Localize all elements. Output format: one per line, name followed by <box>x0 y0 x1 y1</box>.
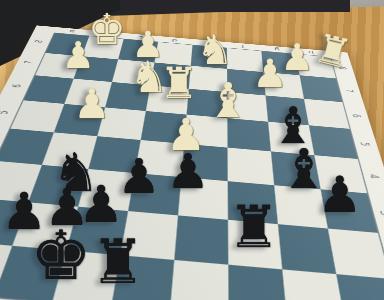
file-label-d: d <box>172 38 178 43</box>
square-h2[interactable] <box>328 229 384 279</box>
rank-label-5: 5 <box>0 110 11 115</box>
rank-label-7: 7 <box>343 88 355 92</box>
rank-label-6: 6 <box>350 113 363 117</box>
rank-label-6: 6 <box>10 84 23 88</box>
white-pawn-f7[interactable]: ♟ <box>253 54 288 93</box>
rank-label-3: 3 <box>377 210 384 216</box>
black-pawn-h3[interactable]: ♟ <box>318 170 363 220</box>
square-h1[interactable] <box>336 274 384 300</box>
black-king-b1[interactable]: ♚ <box>31 222 92 290</box>
rank-label-5: 5 <box>358 141 371 146</box>
white-bishop-e5[interactable]: ♝ <box>206 76 249 124</box>
white-pawn-a7[interactable]: ♟ <box>61 37 94 74</box>
black-rook-c1[interactable]: ♜ <box>91 231 146 292</box>
rank-label-8: 8 <box>33 40 45 43</box>
white-knight-e7[interactable]: ♞ <box>197 30 234 71</box>
scene: abcdefgh abcdefgh 87654321 87654321 ♚♜♟♟… <box>0 0 384 300</box>
file-label-f: f <box>241 44 244 49</box>
square-f1[interactable] <box>228 265 287 300</box>
white-rook-d6[interactable]: ♜ <box>160 62 199 105</box>
black-rook-f2[interactable]: ♜ <box>228 198 280 256</box>
black-pawn-d3[interactable]: ♟ <box>166 147 209 195</box>
dark-room-strip <box>120 0 350 12</box>
square-e2[interactable] <box>174 215 228 264</box>
square-e1[interactable] <box>170 260 229 300</box>
rank-label-4: 4 <box>367 173 381 179</box>
file-label-a: a <box>69 29 76 34</box>
rank-label-7: 7 <box>22 60 34 64</box>
black-pawn-c3[interactable]: ♟ <box>117 152 160 200</box>
square-f4[interactable] <box>228 148 275 186</box>
white-pawn-b5[interactable]: ♟ <box>74 84 111 125</box>
